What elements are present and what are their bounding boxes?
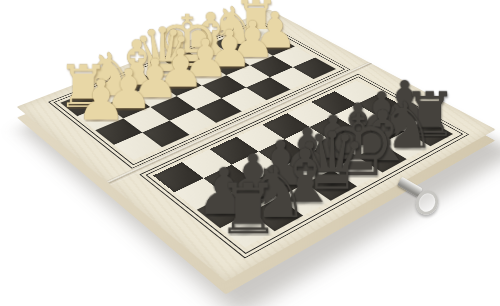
chess-board: ♜♞♝♛♚♝♞♜♟♟♟♟♟♟♟♟ ♟♟♟♟♟♟♟♟♜♞♝♛♚♝♞♜ [17, 9, 496, 281]
clasp-latch [398, 178, 450, 220]
square: ♜ [220, 213, 274, 248]
photo-backdrop: ♜♞♝♛♚♝♞♜♟♟♟♟♟♟♟♟ ♟♟♟♟♟♟♟♟♜♞♝♛♚♝♞♜ [0, 0, 500, 306]
square [270, 67, 314, 89]
board-surface: ♜♞♝♛♚♝♞♜♟♟♟♟♟♟♟♟ ♟♟♟♟♟♟♟♟♜♞♝♛♚♝♞♜ [17, 9, 496, 281]
